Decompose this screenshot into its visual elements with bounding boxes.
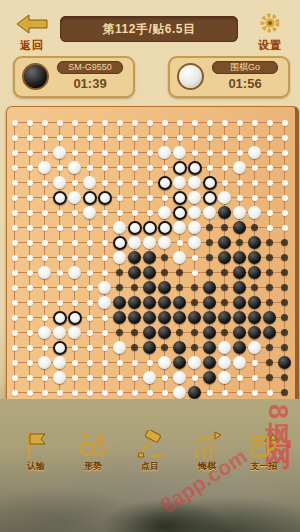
white-stone [248, 206, 261, 219]
black-stone [128, 266, 141, 279]
black-territory-dot [206, 254, 213, 261]
white-territory-dot [42, 315, 48, 321]
white-territory-dot [102, 150, 108, 156]
black-stone [173, 341, 186, 354]
white-territory-dot [72, 390, 78, 396]
black-stone [143, 281, 156, 294]
white-stone [38, 266, 51, 279]
marked-stone [68, 311, 82, 325]
white-stone [173, 176, 186, 189]
black-stone [263, 326, 276, 339]
white-territory-dot [12, 360, 18, 366]
white-territory-dot [207, 120, 213, 126]
white-territory-dot [12, 390, 18, 396]
black-stone [203, 371, 216, 384]
white-territory-dot [27, 270, 33, 276]
white-territory-dot [237, 120, 243, 126]
white-territory-dot [42, 180, 48, 186]
black-stone [203, 326, 216, 339]
white-territory-dot [72, 120, 78, 126]
black-territory-dot [281, 329, 288, 336]
black-stone [203, 296, 216, 309]
white-territory-dot [12, 285, 18, 291]
marked-stone [188, 161, 202, 175]
white-territory-dot [42, 255, 48, 261]
hint-button[interactable]: 支一招 [240, 430, 288, 476]
white-territory-dot [252, 135, 258, 141]
white-territory-dot [42, 390, 48, 396]
black-territory-dot [266, 374, 273, 381]
white-territory-dot [282, 165, 288, 171]
white-territory-dot [27, 180, 33, 186]
white-territory-dot [87, 225, 93, 231]
black-territory-dot [161, 269, 168, 276]
white-territory-dot [42, 375, 48, 381]
white-territory-dot [222, 150, 228, 156]
resign-button[interactable]: 认输 [12, 430, 60, 476]
white-territory-dot [267, 390, 273, 396]
white-territory-dot [102, 375, 108, 381]
white-territory-dot [207, 165, 213, 171]
white-territory-dot [162, 195, 168, 201]
white-territory-dot [87, 165, 93, 171]
white-territory-dot [42, 135, 48, 141]
white-territory-dot [27, 135, 33, 141]
white-territory-dot [117, 375, 123, 381]
white-territory-dot [87, 120, 93, 126]
white-player-avatar [177, 63, 204, 90]
white-territory-dot [267, 135, 273, 141]
white-territory-dot [117, 150, 123, 156]
marked-stone [53, 341, 67, 355]
hint-icon [248, 430, 280, 460]
white-stone [188, 221, 201, 234]
marked-stone [158, 176, 172, 190]
white-territory-dot [87, 270, 93, 276]
white-territory-dot [282, 225, 288, 231]
white-territory-dot [102, 240, 108, 246]
white-stone [38, 356, 51, 369]
white-territory-dot [102, 390, 108, 396]
white-territory-dot [57, 120, 63, 126]
white-territory-dot [132, 360, 138, 366]
white-territory-dot [12, 330, 18, 336]
white-territory-dot [117, 390, 123, 396]
white-territory-dot [207, 150, 213, 156]
white-territory-dot [57, 270, 63, 276]
white-stone [68, 161, 81, 174]
black-stone [233, 266, 246, 279]
white-territory-dot [192, 255, 198, 261]
white-territory-dot [72, 135, 78, 141]
white-territory-dot [12, 375, 18, 381]
white-territory-dot [162, 390, 168, 396]
situation-button[interactable]: 形势 [69, 430, 117, 476]
chart-icon [191, 430, 223, 460]
white-stone [173, 386, 186, 399]
black-territory-dot [206, 239, 213, 246]
white-stone [113, 221, 126, 234]
white-territory-dot [177, 240, 183, 246]
white-territory-dot [42, 150, 48, 156]
black-stone [248, 236, 261, 249]
white-territory-dot [162, 135, 168, 141]
white-stone [218, 356, 231, 369]
white-territory-dot [87, 390, 93, 396]
white-territory-dot [192, 135, 198, 141]
white-territory-dot [12, 300, 18, 306]
white-territory-dot [102, 315, 108, 321]
marked-stone [53, 311, 67, 325]
white-territory-dot [57, 240, 63, 246]
black-territory-dot [206, 269, 213, 276]
black-territory-dot [191, 344, 198, 351]
black-territory-dot [116, 329, 123, 336]
black-territory-dot [281, 344, 288, 351]
white-territory-dot [222, 120, 228, 126]
black-stone [113, 296, 126, 309]
black-stone [143, 326, 156, 339]
black-stone [203, 356, 216, 369]
white-territory-dot [282, 135, 288, 141]
undo-button[interactable]: 悔棋 [183, 430, 231, 476]
white-territory-dot [42, 195, 48, 201]
white-territory-dot [252, 195, 258, 201]
white-territory-dot [267, 210, 273, 216]
gear-icon [258, 12, 282, 34]
white-stone [158, 206, 171, 219]
white-stone [188, 236, 201, 249]
white-territory-dot [117, 165, 123, 171]
white-stone [68, 326, 81, 339]
white-territory-dot [147, 120, 153, 126]
black-stone [188, 311, 201, 324]
white-territory-dot [237, 180, 243, 186]
white-territory-dot [27, 165, 33, 171]
black-territory-dot [191, 284, 198, 291]
white-territory-dot [12, 345, 18, 351]
black-stone [128, 311, 141, 324]
white-territory-dot [147, 180, 153, 186]
white-territory-dot [42, 225, 48, 231]
marked-stone [83, 191, 97, 205]
white-stone [173, 146, 186, 159]
black-territory-dot [266, 269, 273, 276]
black-territory-dot [131, 284, 138, 291]
white-stone [143, 236, 156, 249]
white-territory-dot [132, 180, 138, 186]
white-territory-dot [252, 180, 258, 186]
white-territory-dot [102, 255, 108, 261]
white-territory-dot [267, 195, 273, 201]
white-territory-dot [42, 345, 48, 351]
white-territory-dot [57, 210, 63, 216]
white-territory-dot [87, 345, 93, 351]
black-territory-dot [281, 269, 288, 276]
white-territory-dot [27, 390, 33, 396]
settings-label: 设置 [248, 38, 292, 53]
white-territory-dot [282, 180, 288, 186]
white-territory-dot [267, 165, 273, 171]
white-stone [158, 236, 171, 249]
gavel-icon [134, 430, 166, 460]
white-territory-dot [192, 375, 198, 381]
white-stone [218, 191, 231, 204]
black-territory-dot [251, 284, 258, 291]
white-territory-dot [117, 180, 123, 186]
marked-stone [173, 206, 187, 220]
black-stone [158, 296, 171, 309]
white-territory-dot [162, 165, 168, 171]
white-stone [233, 356, 246, 369]
marked-stone [98, 191, 112, 205]
white-stone [188, 356, 201, 369]
black-stone [203, 311, 216, 324]
white-territory-dot [12, 120, 18, 126]
white-territory-dot [42, 285, 48, 291]
white-stone [53, 146, 66, 159]
white-player-card: 围棋Go 01:56 [168, 56, 290, 98]
black-territory-dot [281, 389, 288, 396]
marked-stone [203, 176, 217, 190]
white-territory-dot [87, 135, 93, 141]
black-territory-dot [281, 299, 288, 306]
white-stone [173, 251, 186, 264]
white-territory-dot [222, 180, 228, 186]
marked-stone [173, 191, 187, 205]
black-stone [218, 236, 231, 249]
black-territory-dot [116, 269, 123, 276]
black-territory-dot [281, 284, 288, 291]
bottom-button-bar: 认输 形势 点目 悔棋 [0, 430, 300, 476]
white-territory-dot [12, 240, 18, 246]
white-territory-dot [27, 150, 33, 156]
white-territory-dot [72, 255, 78, 261]
move-info-title: 第112手/贴6.5目 [60, 16, 238, 42]
white-territory-dot [237, 135, 243, 141]
white-stone [248, 146, 261, 159]
black-territory-dot [176, 284, 183, 291]
white-territory-dot [222, 390, 228, 396]
white-territory-dot [27, 120, 33, 126]
white-territory-dot [27, 375, 33, 381]
black-player-name: SM-G9550 [57, 61, 123, 74]
white-territory-dot [72, 345, 78, 351]
black-territory-dot [176, 269, 183, 276]
black-territory-dot [176, 329, 183, 336]
black-stone [203, 281, 216, 294]
white-territory-dot [72, 150, 78, 156]
black-player-clock: 01:39 [57, 76, 123, 91]
black-player-card: SM-G9550 01:39 [13, 56, 135, 98]
white-territory-dot [162, 375, 168, 381]
white-territory-dot [12, 180, 18, 186]
white-territory-dot [192, 270, 198, 276]
white-territory-dot [282, 195, 288, 201]
black-stone [233, 341, 246, 354]
white-territory-dot [252, 375, 258, 381]
black-territory-dot [281, 254, 288, 261]
black-stone [143, 296, 156, 309]
white-territory-dot [12, 210, 18, 216]
black-stone [263, 311, 276, 324]
white-territory-dot [27, 315, 33, 321]
white-territory-dot [27, 240, 33, 246]
settings-button[interactable]: 设置 [248, 12, 292, 52]
white-territory-dot [12, 135, 18, 141]
black-territory-dot [131, 344, 138, 351]
white-territory-dot [132, 120, 138, 126]
white-territory-dot [42, 240, 48, 246]
marked-stone [173, 161, 187, 175]
white-stone [83, 176, 96, 189]
white-stone [53, 326, 66, 339]
white-stone [188, 206, 201, 219]
white-territory-dot [132, 195, 138, 201]
white-territory-dot [57, 390, 63, 396]
white-stone [83, 206, 96, 219]
go-app-screen: 返回 第112手/贴6.5目 设置 SM-G9550 01:39 围棋Go 01… [0, 0, 300, 532]
black-territory-dot [191, 329, 198, 336]
white-territory-dot [102, 165, 108, 171]
black-territory-dot [221, 269, 228, 276]
black-stone [143, 311, 156, 324]
white-stone [143, 371, 156, 384]
back-arrow-icon [15, 14, 49, 34]
white-territory-dot [252, 165, 258, 171]
white-territory-dot [12, 270, 18, 276]
black-stone [233, 296, 246, 309]
white-stone [53, 176, 66, 189]
white-territory-dot [102, 120, 108, 126]
hint-label: 支一招 [240, 460, 288, 473]
white-territory-dot [177, 120, 183, 126]
white-stone [203, 206, 216, 219]
black-stone [233, 221, 246, 234]
white-territory-dot [42, 210, 48, 216]
white-territory-dot [102, 360, 108, 366]
white-territory-dot [27, 225, 33, 231]
white-stone [158, 146, 171, 159]
white-stone [53, 356, 66, 369]
black-territory-dot [281, 239, 288, 246]
white-territory-dot [87, 300, 93, 306]
white-stone [38, 161, 51, 174]
white-player-clock: 01:56 [212, 76, 278, 91]
white-territory-dot [27, 210, 33, 216]
flag-icon [21, 430, 51, 460]
white-stone [218, 341, 231, 354]
white-territory-dot [12, 255, 18, 261]
back-label: 返回 [10, 38, 54, 53]
white-territory-dot [117, 135, 123, 141]
white-territory-dot [267, 150, 273, 156]
white-territory-dot [237, 150, 243, 156]
black-stone [248, 326, 261, 339]
white-territory-dot [267, 120, 273, 126]
white-territory-dot [87, 330, 93, 336]
black-stone [233, 251, 246, 264]
white-territory-dot [147, 390, 153, 396]
white-stone [68, 266, 81, 279]
white-stone [128, 236, 141, 249]
black-stone [128, 251, 141, 264]
white-territory-dot [132, 150, 138, 156]
white-territory-dot [102, 225, 108, 231]
white-territory-dot [27, 300, 33, 306]
white-territory-dot [252, 120, 258, 126]
black-territory-dot [251, 224, 258, 231]
white-territory-dot [12, 315, 18, 321]
black-stone [218, 311, 231, 324]
black-territory-dot [266, 359, 273, 366]
white-territory-dot [132, 210, 138, 216]
top-bar: 返回 第112手/贴6.5目 设置 [0, 8, 300, 52]
white-territory-dot [237, 195, 243, 201]
black-territory-dot [281, 374, 288, 381]
black-territory-dot [266, 299, 273, 306]
white-territory-dot [87, 285, 93, 291]
white-territory-dot [282, 120, 288, 126]
white-territory-dot [27, 255, 33, 261]
white-territory-dot [87, 375, 93, 381]
black-player-avatar [22, 63, 49, 90]
white-stone [113, 251, 126, 264]
black-stone [248, 251, 261, 264]
white-territory-dot [102, 345, 108, 351]
white-territory-dot [192, 150, 198, 156]
white-territory-dot [72, 300, 78, 306]
white-stone [218, 371, 231, 384]
white-territory-dot [132, 375, 138, 381]
white-stone [233, 206, 246, 219]
go-board[interactable] [6, 106, 299, 406]
white-stone [233, 161, 246, 174]
white-territory-dot [282, 150, 288, 156]
black-stone [143, 266, 156, 279]
white-territory-dot [102, 135, 108, 141]
white-stone [248, 341, 261, 354]
white-territory-dot [72, 225, 78, 231]
white-territory-dot [192, 120, 198, 126]
white-territory-dot [72, 180, 78, 186]
white-territory-dot [147, 165, 153, 171]
marked-stone [203, 191, 217, 205]
black-stone [233, 326, 246, 339]
white-territory-dot [222, 165, 228, 171]
undo-label: 悔棋 [183, 460, 231, 473]
black-territory-dot [266, 239, 273, 246]
black-territory-dot [281, 314, 288, 321]
count-button[interactable]: 点目 [126, 430, 174, 476]
black-stone [143, 251, 156, 264]
white-territory-dot [72, 285, 78, 291]
black-stone [158, 281, 171, 294]
white-territory-dot [87, 315, 93, 321]
marked-stone [143, 221, 157, 235]
white-territory-dot [132, 390, 138, 396]
white-territory-dot [102, 330, 108, 336]
white-stone [173, 221, 186, 234]
white-stone [173, 371, 186, 384]
white-territory-dot [87, 360, 93, 366]
white-territory-dot [27, 195, 33, 201]
black-territory-dot [221, 299, 228, 306]
white-stone [98, 296, 111, 309]
white-territory-dot [177, 135, 183, 141]
white-territory-dot [27, 330, 33, 336]
back-button[interactable]: 返回 [10, 14, 54, 52]
